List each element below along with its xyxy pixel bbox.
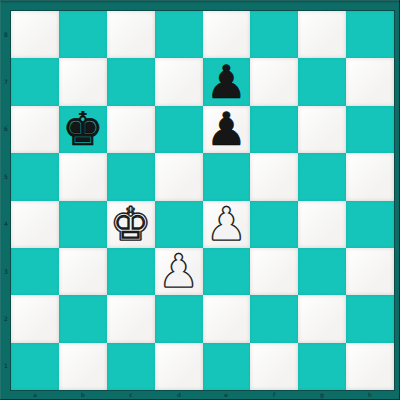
- square-f4[interactable]: [250, 201, 298, 248]
- square-c2[interactable]: [107, 295, 155, 342]
- square-e3[interactable]: [203, 248, 251, 295]
- square-c7[interactable]: [107, 58, 155, 105]
- square-a8[interactable]: [11, 11, 59, 58]
- square-b7[interactable]: [59, 58, 107, 105]
- square-c4[interactable]: ♚: [107, 201, 155, 248]
- square-f6[interactable]: [250, 106, 298, 153]
- square-c1[interactable]: [107, 343, 155, 390]
- chess-board: ♟♚♟♚♟♟: [11, 11, 394, 390]
- piece-white-king[interactable]: ♚: [110, 201, 151, 248]
- piece-white-pawn[interactable]: ♟: [158, 248, 199, 295]
- square-a2[interactable]: [11, 295, 59, 342]
- square-e4[interactable]: ♟: [203, 201, 251, 248]
- square-h8[interactable]: [346, 11, 394, 58]
- file-label-b: b: [79, 391, 87, 399]
- square-d6[interactable]: [155, 106, 203, 153]
- square-a3[interactable]: [11, 248, 59, 295]
- square-h1[interactable]: [346, 343, 394, 390]
- square-e6[interactable]: ♟: [203, 106, 251, 153]
- square-c5[interactable]: [107, 153, 155, 200]
- file-label-h: h: [366, 391, 374, 399]
- file-label-d: d: [175, 391, 183, 399]
- square-e2[interactable]: [203, 295, 251, 342]
- square-a7[interactable]: [11, 58, 59, 105]
- piece-white-pawn[interactable]: ♟: [206, 201, 247, 248]
- rank-label-7: 7: [2, 78, 10, 86]
- square-b3[interactable]: [59, 248, 107, 295]
- square-e5[interactable]: [203, 153, 251, 200]
- piece-black-pawn[interactable]: ♟: [206, 106, 247, 153]
- square-g8[interactable]: [298, 11, 346, 58]
- square-a4[interactable]: [11, 201, 59, 248]
- square-f5[interactable]: [250, 153, 298, 200]
- square-f1[interactable]: [250, 343, 298, 390]
- square-h5[interactable]: [346, 153, 394, 200]
- square-d3[interactable]: ♟: [155, 248, 203, 295]
- square-g1[interactable]: [298, 343, 346, 390]
- square-g4[interactable]: [298, 201, 346, 248]
- rank-label-6: 6: [2, 125, 10, 133]
- square-b6[interactable]: ♚: [59, 106, 107, 153]
- square-h2[interactable]: [346, 295, 394, 342]
- file-label-e: e: [222, 391, 230, 399]
- square-b1[interactable]: [59, 343, 107, 390]
- square-g5[interactable]: [298, 153, 346, 200]
- square-a1[interactable]: [11, 343, 59, 390]
- square-d4[interactable]: [155, 201, 203, 248]
- square-h4[interactable]: [346, 201, 394, 248]
- square-h3[interactable]: [346, 248, 394, 295]
- square-d5[interactable]: [155, 153, 203, 200]
- rank-label-8: 8: [2, 31, 10, 39]
- square-e8[interactable]: [203, 11, 251, 58]
- piece-black-pawn[interactable]: ♟: [206, 59, 247, 106]
- square-f8[interactable]: [250, 11, 298, 58]
- square-b4[interactable]: [59, 201, 107, 248]
- square-f3[interactable]: [250, 248, 298, 295]
- square-d1[interactable]: [155, 343, 203, 390]
- square-f2[interactable]: [250, 295, 298, 342]
- board-frame: ♟♚♟♚♟♟ 8 7 6 5 4 3 2 1 a b c d e f g h: [0, 0, 400, 400]
- file-label-c: c: [127, 391, 135, 399]
- square-g7[interactable]: [298, 58, 346, 105]
- square-f7[interactable]: [250, 58, 298, 105]
- square-d7[interactable]: [155, 58, 203, 105]
- square-c8[interactable]: [107, 11, 155, 58]
- piece-black-king[interactable]: ♚: [62, 106, 103, 153]
- square-b5[interactable]: [59, 153, 107, 200]
- square-d2[interactable]: [155, 295, 203, 342]
- square-g2[interactable]: [298, 295, 346, 342]
- square-c3[interactable]: [107, 248, 155, 295]
- square-d8[interactable]: [155, 11, 203, 58]
- rank-label-4: 4: [2, 220, 10, 228]
- square-h6[interactable]: [346, 106, 394, 153]
- square-b2[interactable]: [59, 295, 107, 342]
- file-label-a: a: [31, 391, 39, 399]
- square-e7[interactable]: ♟: [203, 58, 251, 105]
- square-h7[interactable]: [346, 58, 394, 105]
- rank-label-3: 3: [2, 268, 10, 276]
- rank-label-5: 5: [2, 173, 10, 181]
- square-a5[interactable]: [11, 153, 59, 200]
- rank-label-1: 1: [2, 362, 10, 370]
- file-label-g: g: [318, 391, 326, 399]
- rank-label-2: 2: [2, 315, 10, 323]
- square-g6[interactable]: [298, 106, 346, 153]
- square-a6[interactable]: [11, 106, 59, 153]
- file-label-f: f: [270, 391, 278, 399]
- square-c6[interactable]: [107, 106, 155, 153]
- square-e1[interactable]: [203, 343, 251, 390]
- square-g3[interactable]: [298, 248, 346, 295]
- square-b8[interactable]: [59, 11, 107, 58]
